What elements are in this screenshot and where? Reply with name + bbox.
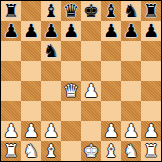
square-b2[interactable]: ♟ — [21, 121, 41, 141]
square-e3[interactable] — [81, 101, 101, 121]
piece-black-pawn[interactable]: ♟ — [23, 21, 39, 41]
square-b4[interactable] — [21, 81, 41, 101]
piece-white-rook[interactable]: ♜ — [143, 141, 159, 161]
piece-white-pawn[interactable]: ♟ — [3, 121, 19, 141]
square-c6[interactable]: ♞ — [41, 41, 61, 61]
square-g8[interactable]: ♞ — [121, 1, 141, 21]
square-e5[interactable] — [81, 61, 101, 81]
chess-board: ♜♝♛♚♝♞♜♟♟♟♟♟♟♟♞♛♟♟♟♟♟♟♟♜♞♝♚♝♞♜ — [0, 0, 162, 162]
piece-black-pawn[interactable]: ♟ — [103, 21, 119, 41]
square-c3[interactable] — [41, 101, 61, 121]
square-d3[interactable] — [61, 101, 81, 121]
piece-black-pawn[interactable]: ♟ — [63, 21, 79, 41]
piece-white-pawn[interactable]: ♟ — [23, 121, 39, 141]
piece-black-bishop[interactable]: ♝ — [103, 1, 119, 21]
square-f3[interactable] — [101, 101, 121, 121]
square-d2[interactable] — [61, 121, 81, 141]
piece-white-knight[interactable]: ♞ — [23, 141, 39, 161]
piece-black-rook[interactable]: ♜ — [143, 1, 159, 21]
square-a1[interactable]: ♜ — [1, 141, 21, 161]
square-b5[interactable] — [21, 61, 41, 81]
piece-black-pawn[interactable]: ♟ — [3, 21, 19, 41]
square-a7[interactable]: ♟ — [1, 21, 21, 41]
square-b3[interactable] — [21, 101, 41, 121]
piece-white-knight[interactable]: ♞ — [123, 141, 139, 161]
square-b1[interactable]: ♞ — [21, 141, 41, 161]
square-f8[interactable]: ♝ — [101, 1, 121, 21]
square-b7[interactable]: ♟ — [21, 21, 41, 41]
square-g4[interactable] — [121, 81, 141, 101]
piece-white-pawn[interactable]: ♟ — [143, 121, 159, 141]
piece-black-pawn[interactable]: ♟ — [43, 21, 59, 41]
square-h5[interactable] — [141, 61, 161, 81]
piece-black-king[interactable]: ♚ — [83, 1, 99, 21]
piece-white-pawn[interactable]: ♟ — [103, 121, 119, 141]
square-h7[interactable]: ♟ — [141, 21, 161, 41]
piece-white-rook[interactable]: ♜ — [3, 141, 19, 161]
square-e6[interactable] — [81, 41, 101, 61]
square-h8[interactable]: ♜ — [141, 1, 161, 21]
piece-white-bishop[interactable]: ♝ — [43, 141, 59, 161]
chess-board-wrapper: ♜♝♛♚♝♞♜♟♟♟♟♟♟♟♞♛♟♟♟♟♟♟♟♜♞♝♚♝♞♜ — [0, 0, 162, 162]
square-e1[interactable]: ♚ — [81, 141, 101, 161]
square-d8[interactable]: ♛ — [61, 1, 81, 21]
square-c5[interactable] — [41, 61, 61, 81]
square-h3[interactable] — [141, 101, 161, 121]
piece-white-bishop[interactable]: ♝ — [103, 141, 119, 161]
square-d7[interactable]: ♟ — [61, 21, 81, 41]
square-f5[interactable] — [101, 61, 121, 81]
square-f2[interactable]: ♟ — [101, 121, 121, 141]
square-d5[interactable] — [61, 61, 81, 81]
square-b8[interactable] — [21, 1, 41, 21]
piece-black-pawn[interactable]: ♟ — [123, 21, 139, 41]
square-a2[interactable]: ♟ — [1, 121, 21, 141]
square-f6[interactable] — [101, 41, 121, 61]
piece-white-pawn[interactable]: ♟ — [43, 121, 59, 141]
square-d1[interactable] — [61, 141, 81, 161]
square-e7[interactable] — [81, 21, 101, 41]
square-d4[interactable]: ♛ — [61, 81, 81, 101]
square-g1[interactable]: ♞ — [121, 141, 141, 161]
piece-white-king[interactable]: ♚ — [83, 141, 99, 161]
piece-black-bishop[interactable]: ♝ — [43, 1, 59, 21]
piece-white-pawn[interactable]: ♟ — [83, 81, 99, 101]
square-a8[interactable]: ♜ — [1, 1, 21, 21]
piece-white-pawn[interactable]: ♟ — [123, 121, 139, 141]
square-h2[interactable]: ♟ — [141, 121, 161, 141]
square-f7[interactable]: ♟ — [101, 21, 121, 41]
square-e4[interactable]: ♟ — [81, 81, 101, 101]
square-c2[interactable]: ♟ — [41, 121, 61, 141]
square-f1[interactable]: ♝ — [101, 141, 121, 161]
piece-black-knight[interactable]: ♞ — [123, 1, 139, 21]
square-g6[interactable] — [121, 41, 141, 61]
square-e8[interactable]: ♚ — [81, 1, 101, 21]
square-a4[interactable] — [1, 81, 21, 101]
square-f4[interactable] — [101, 81, 121, 101]
piece-black-knight[interactable]: ♞ — [43, 41, 59, 61]
square-c4[interactable] — [41, 81, 61, 101]
square-g2[interactable]: ♟ — [121, 121, 141, 141]
piece-black-rook[interactable]: ♜ — [3, 1, 19, 21]
square-g5[interactable] — [121, 61, 141, 81]
square-g3[interactable] — [121, 101, 141, 121]
square-c7[interactable]: ♟ — [41, 21, 61, 41]
square-c8[interactable]: ♝ — [41, 1, 61, 21]
square-a6[interactable] — [1, 41, 21, 61]
square-a3[interactable] — [1, 101, 21, 121]
piece-black-queen[interactable]: ♛ — [63, 1, 79, 21]
square-d6[interactable] — [61, 41, 81, 61]
piece-black-pawn[interactable]: ♟ — [143, 21, 159, 41]
square-b6[interactable] — [21, 41, 41, 61]
square-h6[interactable] — [141, 41, 161, 61]
square-h1[interactable]: ♜ — [141, 141, 161, 161]
square-h4[interactable] — [141, 81, 161, 101]
piece-white-queen[interactable]: ♛ — [63, 81, 79, 101]
square-g7[interactable]: ♟ — [121, 21, 141, 41]
square-e2[interactable] — [81, 121, 101, 141]
square-c1[interactable]: ♝ — [41, 141, 61, 161]
square-a5[interactable] — [1, 61, 21, 81]
